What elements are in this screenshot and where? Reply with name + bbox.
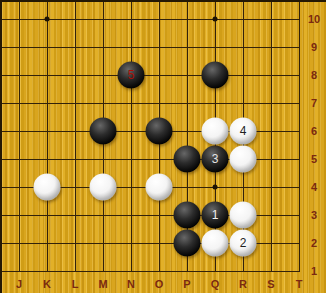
black-stone[interactable] [174,146,201,173]
white-stone[interactable]: 2 [230,230,257,257]
row-label-1: 1 [302,265,326,277]
white-stone[interactable] [34,174,61,201]
white-stone[interactable] [146,174,173,201]
black-stone[interactable] [202,62,229,89]
row-label-4: 4 [302,181,326,193]
grid-vline [47,2,48,272]
black-stone[interactable] [90,118,117,145]
col-label-q: Q [206,278,224,290]
col-label-j: J [10,278,28,290]
star-point [213,17,218,22]
col-label-n: N [122,278,140,290]
move-number: 4 [240,118,247,145]
row-label-5: 5 [302,153,326,165]
white-stone[interactable] [230,146,257,173]
move-number: 1 [212,202,219,229]
row-label-6: 6 [302,125,326,137]
col-label-t: T [290,278,308,290]
row-label-3: 3 [302,209,326,221]
col-label-m: M [94,278,112,290]
grid-vline [299,2,300,272]
white-stone[interactable] [90,174,117,201]
black-stone[interactable]: 5 [118,62,145,89]
row-label-2: 2 [302,237,326,249]
row-label-9: 9 [302,41,326,53]
move-number: 2 [240,230,247,257]
row-label-8: 8 [302,69,326,81]
black-stone[interactable]: 3 [202,146,229,173]
white-stone[interactable] [202,230,229,257]
row-label-7: 7 [302,97,326,109]
row-label-10: 10 [302,13,326,25]
black-stone[interactable]: 1 [202,202,229,229]
black-stone[interactable] [174,202,201,229]
grid-vline [271,2,272,272]
move-number: 3 [212,146,219,173]
move-number: 5 [128,62,135,89]
col-label-p: P [178,278,196,290]
col-label-r: R [234,278,252,290]
star-point [45,17,50,22]
grid-vline [131,2,132,272]
grid-vline [19,2,20,272]
star-point [213,185,218,190]
white-stone[interactable]: 4 [230,118,257,145]
black-stone[interactable] [174,230,201,257]
col-label-s: S [262,278,280,290]
col-label-l: L [66,278,84,290]
col-label-o: O [150,278,168,290]
white-stone[interactable] [202,118,229,145]
col-label-k: K [38,278,56,290]
grid-vline [75,2,76,272]
go-board[interactable]: JKLMNOPQRST1098765432153142 [0,0,326,293]
black-stone[interactable] [146,118,173,145]
white-stone[interactable] [230,202,257,229]
